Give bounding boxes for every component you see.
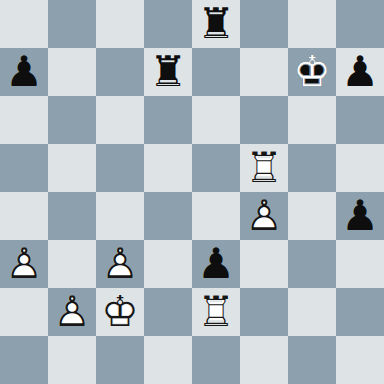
piece-fill-glyph: ♜: [144, 48, 192, 96]
square-d4[interactable]: [144, 192, 192, 240]
white-pawn[interactable]: ♟♙: [0, 240, 48, 288]
square-d7[interactable]: ♜: [144, 48, 192, 96]
square-a7[interactable]: ♟: [0, 48, 48, 96]
square-e2[interactable]: ♜♖: [192, 288, 240, 336]
piece-fill-glyph: ♟: [0, 48, 48, 96]
square-d3[interactable]: [144, 240, 192, 288]
square-h1[interactable]: [336, 336, 384, 384]
square-b1[interactable]: [48, 336, 96, 384]
square-b6[interactable]: [48, 96, 96, 144]
square-h2[interactable]: [336, 288, 384, 336]
black-pawn[interactable]: ♟: [192, 240, 240, 288]
square-a4[interactable]: [0, 192, 48, 240]
square-c7[interactable]: [96, 48, 144, 96]
square-c5[interactable]: [96, 144, 144, 192]
square-f8[interactable]: [240, 0, 288, 48]
black-king[interactable]: ♚♔: [288, 48, 336, 96]
square-g6[interactable]: [288, 96, 336, 144]
square-f6[interactable]: [240, 96, 288, 144]
square-a6[interactable]: [0, 96, 48, 144]
piece-outline-glyph: ♖: [192, 288, 240, 336]
square-a2[interactable]: [0, 288, 48, 336]
square-b4[interactable]: [48, 192, 96, 240]
square-f7[interactable]: [240, 48, 288, 96]
square-e5[interactable]: [192, 144, 240, 192]
square-e6[interactable]: [192, 96, 240, 144]
piece-outline-glyph: ♔: [96, 288, 144, 336]
piece-fill-glyph: ♜: [192, 0, 240, 48]
piece-outline-glyph: ♙: [0, 240, 48, 288]
square-c3[interactable]: ♟♙: [96, 240, 144, 288]
square-g3[interactable]: [288, 240, 336, 288]
black-rook[interactable]: ♜: [144, 48, 192, 96]
square-h8[interactable]: [336, 0, 384, 48]
piece-fill-glyph: ♟: [192, 240, 240, 288]
square-e3[interactable]: ♟: [192, 240, 240, 288]
square-c2[interactable]: ♚♔: [96, 288, 144, 336]
white-rook[interactable]: ♜♖: [240, 144, 288, 192]
piece-outline-glyph: ♙: [48, 288, 96, 336]
square-f2[interactable]: [240, 288, 288, 336]
square-a3[interactable]: ♟♙: [0, 240, 48, 288]
piece-outline-glyph: ♖: [240, 144, 288, 192]
square-b7[interactable]: [48, 48, 96, 96]
black-rook[interactable]: ♜: [192, 0, 240, 48]
square-a5[interactable]: [0, 144, 48, 192]
black-pawn[interactable]: ♟: [336, 48, 384, 96]
square-d8[interactable]: [144, 0, 192, 48]
square-g8[interactable]: [288, 0, 336, 48]
square-h3[interactable]: [336, 240, 384, 288]
square-d6[interactable]: [144, 96, 192, 144]
square-c1[interactable]: [96, 336, 144, 384]
square-e4[interactable]: [192, 192, 240, 240]
black-pawn[interactable]: ♟: [0, 48, 48, 96]
square-g5[interactable]: [288, 144, 336, 192]
piece-fill-glyph: ♟: [336, 192, 384, 240]
white-pawn[interactable]: ♟♙: [96, 240, 144, 288]
white-rook[interactable]: ♜♖: [192, 288, 240, 336]
square-b2[interactable]: ♟♙: [48, 288, 96, 336]
square-f4[interactable]: ♟♙: [240, 192, 288, 240]
square-b3[interactable]: [48, 240, 96, 288]
square-c6[interactable]: [96, 96, 144, 144]
square-b5[interactable]: [48, 144, 96, 192]
square-a8[interactable]: [0, 0, 48, 48]
square-e8[interactable]: ♜: [192, 0, 240, 48]
square-d2[interactable]: [144, 288, 192, 336]
white-king[interactable]: ♚♔: [96, 288, 144, 336]
square-b8[interactable]: [48, 0, 96, 48]
white-pawn[interactable]: ♟♙: [48, 288, 96, 336]
square-c4[interactable]: [96, 192, 144, 240]
square-f3[interactable]: [240, 240, 288, 288]
piece-outline-glyph: ♙: [240, 192, 288, 240]
square-f1[interactable]: [240, 336, 288, 384]
square-g1[interactable]: [288, 336, 336, 384]
square-g4[interactable]: [288, 192, 336, 240]
black-pawn[interactable]: ♟: [336, 192, 384, 240]
piece-outline-glyph: ♙: [96, 240, 144, 288]
square-g2[interactable]: [288, 288, 336, 336]
square-h7[interactable]: ♟: [336, 48, 384, 96]
square-c8[interactable]: [96, 0, 144, 48]
square-d5[interactable]: [144, 144, 192, 192]
square-f5[interactable]: ♜♖: [240, 144, 288, 192]
piece-outline-glyph: ♔: [288, 48, 336, 96]
square-h6[interactable]: [336, 96, 384, 144]
square-h4[interactable]: ♟: [336, 192, 384, 240]
square-a1[interactable]: [0, 336, 48, 384]
square-h5[interactable]: [336, 144, 384, 192]
chess-board: ♜♟♜♚♔♟♜♖♟♙♟♟♙♟♙♟♟♙♚♔♜♖: [0, 0, 384, 384]
white-pawn[interactable]: ♟♙: [240, 192, 288, 240]
square-e7[interactable]: [192, 48, 240, 96]
piece-fill-glyph: ♟: [336, 48, 384, 96]
square-d1[interactable]: [144, 336, 192, 384]
square-g7[interactable]: ♚♔: [288, 48, 336, 96]
square-e1[interactable]: [192, 336, 240, 384]
